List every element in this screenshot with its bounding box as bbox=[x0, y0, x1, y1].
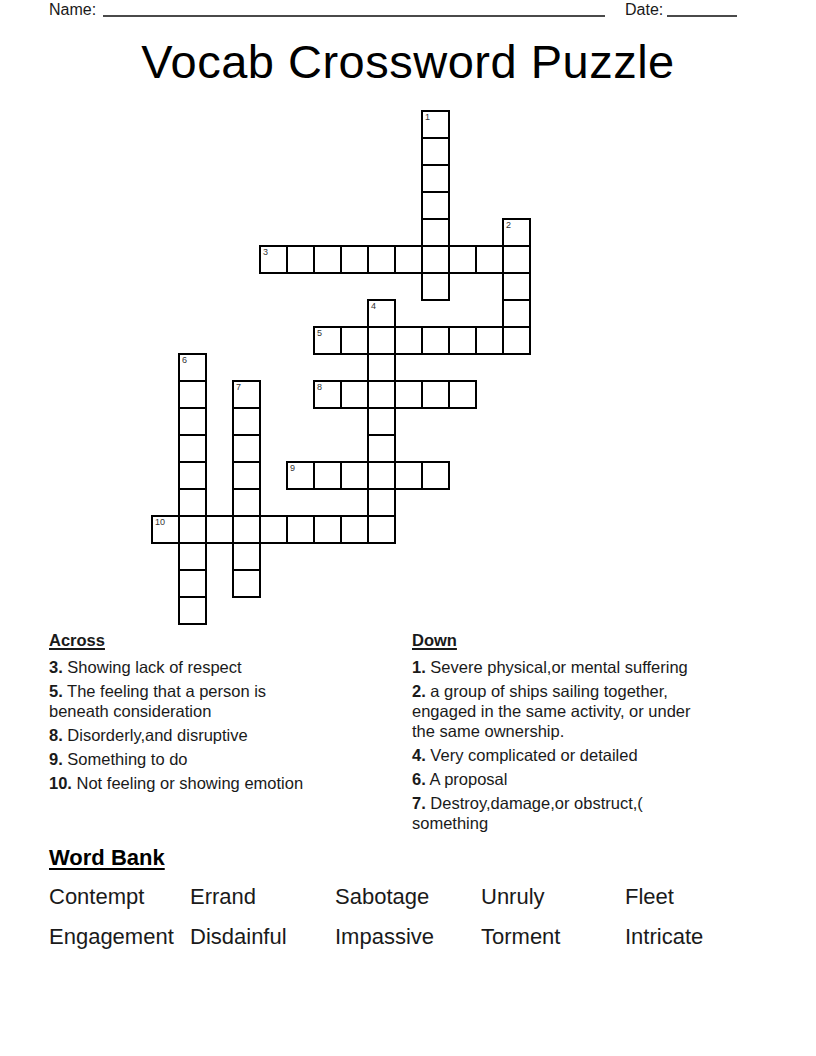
down-clue-2-text: a group of ships sailing together, engag… bbox=[412, 682, 691, 740]
name-label: Name: bbox=[49, 1, 96, 19]
across-clue-8-number: 8. bbox=[49, 726, 63, 744]
clue-number-4: 4 bbox=[371, 301, 376, 312]
grid-cell-r13c10[interactable] bbox=[421, 461, 450, 490]
grid-cell-r8c8[interactable] bbox=[367, 326, 396, 355]
grid-cell-r15c5[interactable] bbox=[286, 515, 315, 544]
across-clue-9: 9. Something to do bbox=[49, 749, 317, 769]
word-bank-item-fleet: Fleet bbox=[625, 884, 703, 910]
down-clue-1-text: Severe physical,or mental suffering bbox=[430, 658, 687, 676]
word-bank-item-sabotage: Sabotage bbox=[335, 884, 481, 910]
grid-cell-r10c6[interactable]: 8 bbox=[313, 380, 342, 409]
grid-cell-r12c8[interactable] bbox=[367, 434, 396, 463]
across-clue-5-number: 5. bbox=[49, 682, 63, 700]
down-clue-2: 2. a group of ships sailing together, en… bbox=[412, 681, 707, 741]
grid-cell-r15c7[interactable] bbox=[340, 515, 369, 544]
down-clue-6-number: 6. bbox=[412, 770, 426, 788]
clue-number-9: 9 bbox=[290, 463, 295, 474]
word-bank-item-engagement: Engagement bbox=[49, 924, 190, 950]
grid-cell-r10c1[interactable] bbox=[178, 380, 207, 409]
page-title: Vocab Crossword Puzzle bbox=[0, 34, 816, 89]
across-clues-section: Across 3. Showing lack of respect 5. The… bbox=[49, 630, 317, 797]
grid-cell-r17c1[interactable] bbox=[178, 569, 207, 598]
grid-cell-r8c11[interactable] bbox=[448, 326, 477, 355]
clue-number-3: 3 bbox=[263, 247, 268, 258]
across-clue-3: 3. Showing lack of respect bbox=[49, 657, 317, 677]
across-clue-9-text: Something to do bbox=[67, 750, 187, 768]
across-clue-10-number: 10. bbox=[49, 774, 72, 792]
grid-cell-r2c10[interactable] bbox=[421, 164, 450, 193]
grid-cell-r11c1[interactable] bbox=[178, 407, 207, 436]
grid-cell-r9c1[interactable]: 6 bbox=[178, 353, 207, 382]
grid-cell-r6c13[interactable] bbox=[502, 272, 531, 301]
grid-cell-r13c3[interactable] bbox=[232, 461, 261, 490]
down-clue-4-text: Very complicated or detailed bbox=[430, 746, 637, 764]
across-clue-5: 5. The feeling that a person is beneath … bbox=[49, 681, 317, 721]
name-blank-line[interactable] bbox=[103, 15, 605, 17]
down-clue-4: 4. Very complicated or detailed bbox=[412, 745, 707, 765]
grid-cell-r15c4[interactable] bbox=[259, 515, 288, 544]
grid-cell-r5c5[interactable] bbox=[286, 245, 315, 274]
down-clue-1-number: 1. bbox=[412, 658, 426, 676]
worksheet-page: Name: Date: Vocab Crossword Puzzle 12345… bbox=[0, 0, 816, 1056]
word-bank-heading: Word Bank bbox=[49, 845, 165, 871]
grid-cell-r5c4[interactable]: 3 bbox=[259, 245, 288, 274]
grid-cell-r15c6[interactable] bbox=[313, 515, 342, 544]
word-bank-item-errand: Errand bbox=[190, 884, 335, 910]
down-clue-6: 6. A proposal bbox=[412, 769, 707, 789]
word-bank-list: Contempt Errand Sabotage Unruly Fleet En… bbox=[49, 884, 703, 950]
grid-cell-r16c1[interactable] bbox=[178, 542, 207, 571]
word-bank-item-torment: Torment bbox=[481, 924, 625, 950]
grid-cell-r5c13[interactable] bbox=[502, 245, 531, 274]
down-clue-2-number: 2. bbox=[412, 682, 426, 700]
grid-cell-r0c10[interactable]: 1 bbox=[421, 110, 450, 139]
grid-cell-r14c3[interactable] bbox=[232, 488, 261, 517]
grid-cell-r5c9[interactable] bbox=[394, 245, 423, 274]
crossword-grid: 12345678910 bbox=[151, 110, 532, 626]
grid-cell-r3c10[interactable] bbox=[421, 191, 450, 220]
grid-cell-r10c9[interactable] bbox=[394, 380, 423, 409]
grid-cell-r13c1[interactable] bbox=[178, 461, 207, 490]
date-label: Date: bbox=[625, 1, 663, 19]
down-clue-4-number: 4. bbox=[412, 746, 426, 764]
word-bank-item-intricate: Intricate bbox=[625, 924, 703, 950]
grid-cell-r12c3[interactable] bbox=[232, 434, 261, 463]
grid-cell-r15c1[interactable] bbox=[178, 515, 207, 544]
down-clue-1: 1. Severe physical,or mental suffering bbox=[412, 657, 707, 677]
grid-cell-r15c3[interactable] bbox=[232, 515, 261, 544]
across-clue-8: 8. Disorderly,and disruptive bbox=[49, 725, 317, 745]
down-clue-7-number: 7. bbox=[412, 794, 426, 812]
grid-cell-r11c3[interactable] bbox=[232, 407, 261, 436]
grid-cell-r15c8[interactable] bbox=[367, 515, 396, 544]
across-clue-10-text: Not feeling or showing emotion bbox=[77, 774, 304, 792]
grid-cell-r17c3[interactable] bbox=[232, 569, 261, 598]
grid-cell-r10c7[interactable] bbox=[340, 380, 369, 409]
grid-cell-r13c8[interactable] bbox=[367, 461, 396, 490]
across-clue-3-text: Showing lack of respect bbox=[67, 658, 241, 676]
grid-cell-r8c6[interactable]: 5 bbox=[313, 326, 342, 355]
grid-cell-r14c1[interactable] bbox=[178, 488, 207, 517]
grid-cell-r10c10[interactable] bbox=[421, 380, 450, 409]
grid-cell-r15c0[interactable]: 10 bbox=[151, 515, 180, 544]
grid-cell-r5c7[interactable] bbox=[340, 245, 369, 274]
down-clues-section: Down 1. Severe physical,or mental suffer… bbox=[412, 630, 707, 837]
grid-cell-r9c8[interactable] bbox=[367, 353, 396, 382]
clue-number-5: 5 bbox=[317, 328, 322, 339]
clue-number-8: 8 bbox=[317, 382, 322, 393]
word-bank-item-impassive: Impassive bbox=[335, 924, 481, 950]
grid-cell-r5c6[interactable] bbox=[313, 245, 342, 274]
grid-cell-r10c3[interactable]: 7 bbox=[232, 380, 261, 409]
grid-cell-r4c10[interactable] bbox=[421, 218, 450, 247]
grid-cell-r7c13[interactable] bbox=[502, 299, 531, 328]
down-clue-6-text: A proposal bbox=[429, 770, 507, 788]
across-clue-3-number: 3. bbox=[49, 658, 63, 676]
grid-cell-r10c8[interactable] bbox=[367, 380, 396, 409]
grid-cell-r1c10[interactable] bbox=[421, 137, 450, 166]
grid-cell-r4c13[interactable]: 2 bbox=[502, 218, 531, 247]
down-clue-7-text: Destroy,damage,or obstruct,( something bbox=[412, 794, 643, 832]
across-heading: Across bbox=[49, 630, 317, 650]
grid-cell-r6c10[interactable] bbox=[421, 272, 450, 301]
grid-cell-r13c6[interactable] bbox=[313, 461, 342, 490]
grid-cell-r8c13[interactable] bbox=[502, 326, 531, 355]
word-bank-item-disdainful: Disdainful bbox=[190, 924, 335, 950]
across-clue-10: 10. Not feeling or showing emotion bbox=[49, 773, 317, 793]
clue-number-6: 6 bbox=[182, 355, 187, 366]
clue-number-10: 10 bbox=[155, 517, 165, 528]
grid-cell-r8c10[interactable] bbox=[421, 326, 450, 355]
word-bank-item-contempt: Contempt bbox=[49, 884, 190, 910]
grid-cell-r13c5[interactable]: 9 bbox=[286, 461, 315, 490]
grid-cell-r5c12[interactable] bbox=[475, 245, 504, 274]
grid-cell-r5c11[interactable] bbox=[448, 245, 477, 274]
grid-cell-r5c10[interactable] bbox=[421, 245, 450, 274]
clue-number-2: 2 bbox=[506, 220, 511, 231]
grid-cell-r10c11[interactable] bbox=[448, 380, 477, 409]
grid-cell-r14c8[interactable] bbox=[367, 488, 396, 517]
grid-cell-r8c9[interactable] bbox=[394, 326, 423, 355]
across-clue-5-text: The feeling that a person is beneath con… bbox=[49, 682, 266, 720]
clue-number-7: 7 bbox=[236, 382, 241, 393]
grid-cell-r7c8[interactable]: 4 bbox=[367, 299, 396, 328]
grid-cell-r11c8[interactable] bbox=[367, 407, 396, 436]
grid-cell-r13c9[interactable] bbox=[394, 461, 423, 490]
grid-cell-r13c7[interactable] bbox=[340, 461, 369, 490]
grid-cell-r15c2[interactable] bbox=[205, 515, 234, 544]
grid-cell-r5c8[interactable] bbox=[367, 245, 396, 274]
grid-cell-r12c1[interactable] bbox=[178, 434, 207, 463]
down-heading: Down bbox=[412, 630, 707, 650]
grid-cell-r16c3[interactable] bbox=[232, 542, 261, 571]
date-blank-line[interactable] bbox=[667, 15, 737, 17]
down-clue-7: 7. Destroy,damage,or obstruct,( somethin… bbox=[412, 793, 707, 833]
across-clue-9-number: 9. bbox=[49, 750, 63, 768]
grid-cell-r8c12[interactable] bbox=[475, 326, 504, 355]
across-clue-8-text: Disorderly,and disruptive bbox=[67, 726, 247, 744]
grid-cell-r8c7[interactable] bbox=[340, 326, 369, 355]
grid-cell-r18c1[interactable] bbox=[178, 596, 207, 625]
clue-number-1: 1 bbox=[425, 112, 430, 123]
word-bank-item-unruly: Unruly bbox=[481, 884, 625, 910]
